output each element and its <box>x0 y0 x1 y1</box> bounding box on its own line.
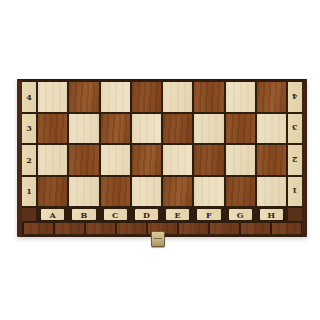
file-label-a: A <box>41 209 64 220</box>
file-label-cell-f: F <box>194 208 223 221</box>
square-h1 <box>257 177 286 207</box>
square-d1 <box>132 177 161 207</box>
square-a3 <box>38 114 67 144</box>
square-e3 <box>163 114 192 144</box>
rank-label-left-4: 4 <box>22 82 36 112</box>
square-b3 <box>69 114 98 144</box>
square-d4 <box>132 82 161 112</box>
frame-corner-right <box>288 208 302 221</box>
file-label-d: D <box>135 209 158 220</box>
folded-chess-box: 44332211ABCDEFGH <box>17 79 307 237</box>
file-label-cell-c: C <box>101 208 130 221</box>
square-g4 <box>226 82 255 112</box>
square-c1 <box>101 177 130 207</box>
square-c4 <box>101 82 130 112</box>
file-label-cell-g: G <box>226 208 255 221</box>
square-e4 <box>163 82 192 112</box>
square-b2 <box>69 145 98 175</box>
chess-board: 44332211ABCDEFGH <box>22 82 302 237</box>
square-h2 <box>257 145 286 175</box>
file-label-cell-b: B <box>69 208 98 221</box>
rank-label-right-1: 1 <box>288 177 302 207</box>
file-label-e: E <box>166 209 189 220</box>
square-f2 <box>194 145 223 175</box>
square-d2 <box>132 145 161 175</box>
file-label-cell-d: D <box>132 208 161 221</box>
square-c3 <box>101 114 130 144</box>
square-g3 <box>226 114 255 144</box>
rank-label-left-1: 1 <box>22 177 36 207</box>
square-a1 <box>38 177 67 207</box>
square-e1 <box>163 177 192 207</box>
file-label-cell-h: H <box>257 208 286 221</box>
file-label-cell-e: E <box>163 208 192 221</box>
rank-label-left-2: 2 <box>22 145 36 175</box>
square-b4 <box>69 82 98 112</box>
file-label-h: H <box>260 209 283 220</box>
square-a2 <box>38 145 67 175</box>
file-label-c: C <box>104 209 127 220</box>
file-label-f: F <box>197 209 220 220</box>
square-b1 <box>69 177 98 207</box>
square-e2 <box>163 145 192 175</box>
rank-label-right-2: 2 <box>288 145 302 175</box>
square-f3 <box>194 114 223 144</box>
square-a4 <box>38 82 67 112</box>
square-h4 <box>257 82 286 112</box>
square-h3 <box>257 114 286 144</box>
square-f4 <box>194 82 223 112</box>
frame-corner-left <box>22 208 36 221</box>
rank-label-left-3: 3 <box>22 114 36 144</box>
product-photo-background: 44332211ABCDEFGH <box>0 0 320 320</box>
file-label-cell-a: A <box>38 208 67 221</box>
file-label-g: G <box>229 209 252 220</box>
square-c2 <box>101 145 130 175</box>
rank-label-right-4: 4 <box>288 82 302 112</box>
square-g1 <box>226 177 255 207</box>
square-g2 <box>226 145 255 175</box>
file-label-b: B <box>72 209 95 220</box>
square-d3 <box>132 114 161 144</box>
brass-clasp-icon <box>151 231 165 247</box>
square-f1 <box>194 177 223 207</box>
rank-label-right-3: 3 <box>288 114 302 144</box>
